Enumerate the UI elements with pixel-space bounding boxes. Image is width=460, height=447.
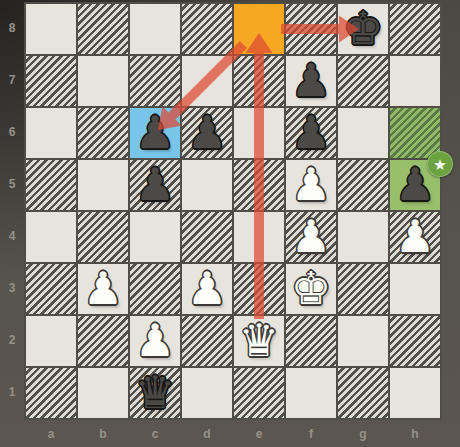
square-b6[interactable] <box>78 108 128 158</box>
square-f3[interactable]: ♚ <box>286 264 336 314</box>
square-h4[interactable]: ♟ <box>390 212 440 262</box>
square-c5[interactable]: ♟ <box>130 160 180 210</box>
square-h7[interactable] <box>390 56 440 106</box>
white-pawn-b3[interactable]: ♟ <box>78 264 128 314</box>
white-king-f3[interactable]: ♚ <box>286 264 336 314</box>
board-area: ♚♟♟♟♟♟♟♟♟♟♟♟♚♟♛♛ ★ <box>24 2 442 420</box>
square-c8[interactable] <box>130 4 180 54</box>
black-king-g8[interactable]: ♚ <box>338 4 388 54</box>
file-label-g: g <box>337 427 389 441</box>
square-b8[interactable] <box>78 4 128 54</box>
rank-label-5: 5 <box>0 177 24 191</box>
square-a7[interactable] <box>26 56 76 106</box>
white-pawn-h4[interactable]: ♟ <box>390 212 440 262</box>
file-label-a: a <box>25 427 77 441</box>
square-d1[interactable] <box>182 368 232 418</box>
square-b4[interactable] <box>78 212 128 262</box>
file-label-d: d <box>181 427 233 441</box>
square-a5[interactable] <box>26 160 76 210</box>
file-label-c: c <box>129 427 181 441</box>
square-c3[interactable] <box>130 264 180 314</box>
square-d8[interactable] <box>182 4 232 54</box>
chess-board: ♚♟♟♟♟♟♟♟♟♟♟♟♚♟♛♛ <box>24 2 442 420</box>
square-c1[interactable]: ♛ <box>130 368 180 418</box>
square-e1[interactable] <box>234 368 284 418</box>
rank-label-8: 8 <box>0 21 24 35</box>
square-b3[interactable]: ♟ <box>78 264 128 314</box>
square-g1[interactable] <box>338 368 388 418</box>
square-a2[interactable] <box>26 316 76 366</box>
rank-label-2: 2 <box>0 333 24 347</box>
square-b2[interactable] <box>78 316 128 366</box>
white-queen-e2[interactable]: ♛ <box>234 316 284 366</box>
square-g3[interactable] <box>338 264 388 314</box>
square-c6[interactable]: ♟ <box>130 108 180 158</box>
best-move-star-badge: ★ <box>427 151 453 177</box>
square-a4[interactable] <box>26 212 76 262</box>
square-a1[interactable] <box>26 368 76 418</box>
square-h8[interactable] <box>390 4 440 54</box>
square-f6[interactable]: ♟ <box>286 108 336 158</box>
square-h6[interactable] <box>390 108 440 158</box>
square-g4[interactable] <box>338 212 388 262</box>
square-b1[interactable] <box>78 368 128 418</box>
rank-label-4: 4 <box>0 229 24 243</box>
square-d5[interactable] <box>182 160 232 210</box>
square-e6[interactable] <box>234 108 284 158</box>
square-b5[interactable] <box>78 160 128 210</box>
square-c7[interactable] <box>130 56 180 106</box>
square-f7[interactable]: ♟ <box>286 56 336 106</box>
square-e2[interactable]: ♛ <box>234 316 284 366</box>
square-f4[interactable]: ♟ <box>286 212 336 262</box>
square-g6[interactable] <box>338 108 388 158</box>
square-a8[interactable] <box>26 4 76 54</box>
square-e5[interactable] <box>234 160 284 210</box>
file-label-h: h <box>389 427 441 441</box>
square-c4[interactable] <box>130 212 180 262</box>
square-f1[interactable] <box>286 368 336 418</box>
square-c2[interactable]: ♟ <box>130 316 180 366</box>
square-g5[interactable] <box>338 160 388 210</box>
square-a3[interactable] <box>26 264 76 314</box>
white-pawn-c2[interactable]: ♟ <box>130 316 180 366</box>
black-pawn-c6[interactable]: ♟ <box>130 108 180 158</box>
white-pawn-f5[interactable]: ♟ <box>286 160 336 210</box>
square-f8[interactable] <box>286 4 336 54</box>
black-pawn-c5[interactable]: ♟ <box>130 160 180 210</box>
black-pawn-f7[interactable]: ♟ <box>286 56 336 106</box>
square-d4[interactable] <box>182 212 232 262</box>
file-label-b: b <box>77 427 129 441</box>
square-a6[interactable] <box>26 108 76 158</box>
square-e8[interactable] <box>234 4 284 54</box>
star-icon: ★ <box>433 156 446 171</box>
square-d3[interactable]: ♟ <box>182 264 232 314</box>
chess-board-screen: 87654321 abcdefgh ♚♟♟♟♟♟♟♟♟♟♟♟♚♟♛♛ ★ <box>0 0 460 447</box>
square-g2[interactable] <box>338 316 388 366</box>
rank-label-3: 3 <box>0 281 24 295</box>
square-d7[interactable] <box>182 56 232 106</box>
square-h3[interactable] <box>390 264 440 314</box>
square-b7[interactable] <box>78 56 128 106</box>
square-e3[interactable] <box>234 264 284 314</box>
rank-label-7: 7 <box>0 73 24 87</box>
square-e7[interactable] <box>234 56 284 106</box>
black-pawn-d6[interactable]: ♟ <box>182 108 232 158</box>
square-h2[interactable] <box>390 316 440 366</box>
square-h1[interactable] <box>390 368 440 418</box>
file-label-e: e <box>233 427 285 441</box>
black-pawn-f6[interactable]: ♟ <box>286 108 336 158</box>
square-f2[interactable] <box>286 316 336 366</box>
black-queen-c1[interactable]: ♛ <box>130 368 180 418</box>
white-pawn-f4[interactable]: ♟ <box>286 212 336 262</box>
rank-label-1: 1 <box>0 385 24 399</box>
file-label-f: f <box>285 427 337 441</box>
square-g8[interactable]: ♚ <box>338 4 388 54</box>
square-e4[interactable] <box>234 212 284 262</box>
rank-label-6: 6 <box>0 125 24 139</box>
white-pawn-d3[interactable]: ♟ <box>182 264 232 314</box>
square-d6[interactable]: ♟ <box>182 108 232 158</box>
square-g7[interactable] <box>338 56 388 106</box>
square-f5[interactable]: ♟ <box>286 160 336 210</box>
square-d2[interactable] <box>182 316 232 366</box>
